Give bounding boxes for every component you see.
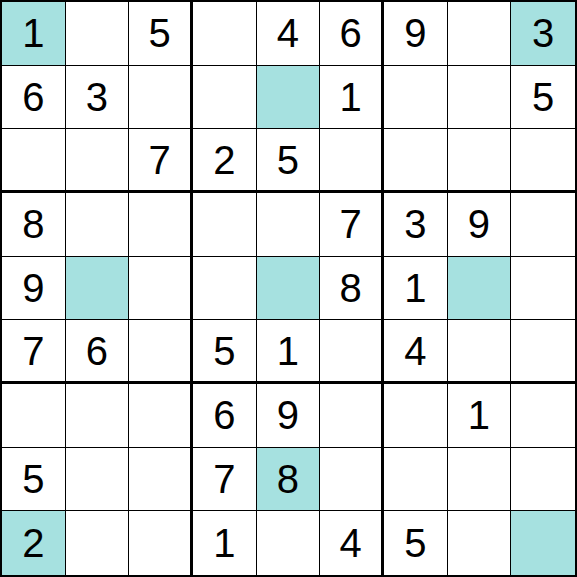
sudoku-cell[interactable]: 9 xyxy=(384,2,448,66)
sudoku-cell[interactable] xyxy=(257,511,321,575)
sudoku-cell[interactable]: 8 xyxy=(320,257,384,321)
sudoku-cell[interactable] xyxy=(129,66,193,130)
sudoku-cell[interactable]: 5 xyxy=(193,320,257,384)
sudoku-cell[interactable] xyxy=(257,193,321,257)
sudoku-cell[interactable] xyxy=(511,257,575,321)
sudoku-cell[interactable]: 1 xyxy=(320,66,384,130)
sudoku-cell[interactable] xyxy=(384,66,448,130)
sudoku-cell[interactable] xyxy=(384,448,448,512)
sudoku-cell[interactable] xyxy=(448,2,512,66)
sudoku-cell[interactable] xyxy=(193,66,257,130)
sudoku-cell[interactable]: 8 xyxy=(257,448,321,512)
sudoku-cell[interactable] xyxy=(448,511,512,575)
sudoku-cell[interactable] xyxy=(257,257,321,321)
sudoku-cell[interactable]: 5 xyxy=(384,511,448,575)
sudoku-cell[interactable]: 1 xyxy=(257,320,321,384)
sudoku-cell[interactable]: 4 xyxy=(320,511,384,575)
sudoku-cell[interactable] xyxy=(193,193,257,257)
sudoku-cell[interactable] xyxy=(66,257,130,321)
sudoku-cell[interactable] xyxy=(511,511,575,575)
sudoku-cell[interactable]: 6 xyxy=(193,384,257,448)
sudoku-cell[interactable]: 3 xyxy=(384,193,448,257)
sudoku-cell[interactable] xyxy=(384,129,448,193)
sudoku-cell[interactable]: 4 xyxy=(384,320,448,384)
sudoku-cell[interactable] xyxy=(511,320,575,384)
sudoku-cell[interactable] xyxy=(129,257,193,321)
sudoku-cell[interactable] xyxy=(66,193,130,257)
sudoku-cell[interactable] xyxy=(193,257,257,321)
sudoku-cell[interactable]: 7 xyxy=(129,129,193,193)
sudoku-cell[interactable]: 3 xyxy=(66,66,130,130)
sudoku-cell[interactable]: 3 xyxy=(511,2,575,66)
sudoku-cell[interactable] xyxy=(129,448,193,512)
sudoku-cell[interactable] xyxy=(129,511,193,575)
sudoku-cell[interactable] xyxy=(257,66,321,130)
sudoku-cell[interactable]: 5 xyxy=(129,2,193,66)
sudoku-cell[interactable]: 6 xyxy=(66,320,130,384)
sudoku-cell[interactable] xyxy=(320,129,384,193)
sudoku-cell[interactable]: 4 xyxy=(257,2,321,66)
sudoku-cell[interactable] xyxy=(66,129,130,193)
sudoku-cell[interactable] xyxy=(320,320,384,384)
sudoku-cell[interactable]: 6 xyxy=(2,66,66,130)
sudoku-cell[interactable]: 7 xyxy=(2,320,66,384)
sudoku-cell[interactable] xyxy=(384,384,448,448)
sudoku-cell[interactable] xyxy=(129,384,193,448)
sudoku-cell[interactable] xyxy=(511,384,575,448)
sudoku-cell[interactable] xyxy=(320,384,384,448)
sudoku-cell[interactable] xyxy=(66,2,130,66)
sudoku-cell[interactable] xyxy=(66,384,130,448)
sudoku-cell[interactable]: 1 xyxy=(193,511,257,575)
sudoku-cell[interactable] xyxy=(2,384,66,448)
sudoku-cell[interactable] xyxy=(193,2,257,66)
sudoku-cell[interactable]: 2 xyxy=(2,511,66,575)
sudoku-cell[interactable] xyxy=(448,320,512,384)
sudoku-cell[interactable]: 6 xyxy=(320,2,384,66)
sudoku-cell[interactable] xyxy=(66,448,130,512)
sudoku-cell[interactable] xyxy=(448,257,512,321)
sudoku-cell[interactable] xyxy=(448,66,512,130)
sudoku-cell[interactable]: 5 xyxy=(2,448,66,512)
sudoku-cell[interactable]: 5 xyxy=(257,129,321,193)
sudoku-cell[interactable] xyxy=(66,511,130,575)
sudoku-cell[interactable]: 1 xyxy=(384,257,448,321)
sudoku-cell[interactable] xyxy=(448,129,512,193)
sudoku-cell[interactable]: 1 xyxy=(2,2,66,66)
sudoku-cell[interactable]: 9 xyxy=(448,193,512,257)
sudoku-cell[interactable] xyxy=(320,448,384,512)
sudoku-cell[interactable]: 5 xyxy=(511,66,575,130)
sudoku-cell[interactable] xyxy=(511,129,575,193)
sudoku-cell[interactable] xyxy=(511,448,575,512)
sudoku-cell[interactable]: 7 xyxy=(320,193,384,257)
sudoku-cell[interactable]: 8 xyxy=(2,193,66,257)
sudoku-cell[interactable] xyxy=(448,448,512,512)
sudoku-cell[interactable] xyxy=(2,129,66,193)
sudoku-cell[interactable]: 7 xyxy=(193,448,257,512)
sudoku-cell[interactable] xyxy=(129,193,193,257)
sudoku-cell[interactable] xyxy=(511,193,575,257)
sudoku-cell[interactable]: 2 xyxy=(193,129,257,193)
sudoku-cell[interactable]: 9 xyxy=(257,384,321,448)
sudoku-board: 15469363157258739981765146915782145 xyxy=(0,0,577,577)
sudoku-cell[interactable]: 1 xyxy=(448,384,512,448)
sudoku-cell[interactable] xyxy=(129,320,193,384)
sudoku-cell[interactable]: 9 xyxy=(2,257,66,321)
